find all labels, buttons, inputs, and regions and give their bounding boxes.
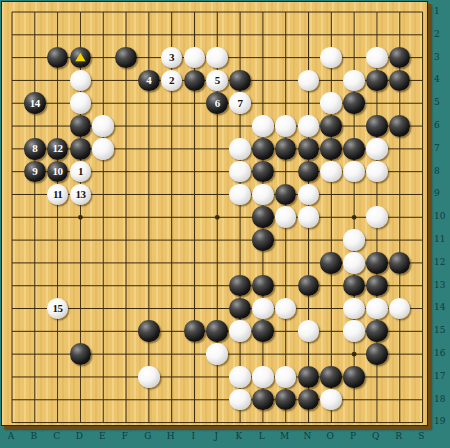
intersection-A16[interactable] xyxy=(1,343,24,366)
intersection-L11[interactable] xyxy=(251,229,274,252)
intersection-G7[interactable] xyxy=(137,137,160,160)
intersection-L16[interactable] xyxy=(251,343,274,366)
intersection-O1[interactable] xyxy=(320,1,343,24)
intersection-C18[interactable] xyxy=(46,388,69,411)
intersection-H9[interactable] xyxy=(160,183,183,206)
intersection-E7[interactable] xyxy=(92,137,115,160)
intersection-O17[interactable] xyxy=(320,365,343,388)
intersection-Q11[interactable] xyxy=(365,229,388,252)
intersection-P17[interactable] xyxy=(343,365,366,388)
intersection-C11[interactable] xyxy=(46,229,69,252)
intersection-R9[interactable] xyxy=(388,183,411,206)
intersection-A9[interactable] xyxy=(1,183,24,206)
intersection-O10[interactable] xyxy=(320,206,343,229)
intersection-R13[interactable] xyxy=(388,274,411,297)
intersection-N15[interactable] xyxy=(297,320,320,343)
intersection-O13[interactable] xyxy=(320,274,343,297)
intersection-I10[interactable] xyxy=(183,206,206,229)
intersection-B3[interactable] xyxy=(23,46,46,69)
intersection-N14[interactable] xyxy=(297,297,320,320)
intersection-B10[interactable] xyxy=(23,206,46,229)
intersection-P13[interactable] xyxy=(343,274,366,297)
intersection-J3[interactable] xyxy=(206,46,229,69)
intersection-D3[interactable] xyxy=(69,46,92,69)
intersection-L3[interactable] xyxy=(251,46,274,69)
intersection-P12[interactable] xyxy=(343,251,366,274)
intersection-L15[interactable] xyxy=(251,320,274,343)
intersection-R4[interactable] xyxy=(388,69,411,92)
intersection-Q18[interactable] xyxy=(365,388,388,411)
intersection-N4[interactable] xyxy=(297,69,320,92)
intersection-N18[interactable] xyxy=(297,388,320,411)
intersection-E18[interactable] xyxy=(92,388,115,411)
intersection-K13[interactable] xyxy=(229,274,252,297)
intersection-G8[interactable] xyxy=(137,160,160,183)
intersection-N12[interactable] xyxy=(297,251,320,274)
intersection-N9[interactable] xyxy=(297,183,320,206)
intersection-M8[interactable] xyxy=(274,160,297,183)
intersection-I9[interactable] xyxy=(183,183,206,206)
intersection-K11[interactable] xyxy=(229,229,252,252)
go-board[interactable]: 342514678129101111315 xyxy=(1,1,428,426)
intersection-O9[interactable] xyxy=(320,183,343,206)
intersection-A1[interactable] xyxy=(1,1,24,24)
intersection-A6[interactable] xyxy=(1,115,24,138)
intersection-J2[interactable] xyxy=(206,23,229,46)
intersection-B15[interactable] xyxy=(23,320,46,343)
intersection-M18[interactable] xyxy=(274,388,297,411)
intersection-P8[interactable] xyxy=(343,160,366,183)
intersection-J12[interactable] xyxy=(206,251,229,274)
intersection-B17[interactable] xyxy=(23,365,46,388)
intersection-M11[interactable] xyxy=(274,229,297,252)
intersection-C10[interactable] xyxy=(46,206,69,229)
intersection-L18[interactable] xyxy=(251,388,274,411)
intersection-A17[interactable] xyxy=(1,365,24,388)
intersection-R5[interactable] xyxy=(388,92,411,115)
intersection-F9[interactable] xyxy=(115,183,138,206)
intersection-D12[interactable] xyxy=(69,251,92,274)
intersection-I14[interactable] xyxy=(183,297,206,320)
intersection-N16[interactable] xyxy=(297,343,320,366)
intersection-P6[interactable] xyxy=(343,115,366,138)
intersection-L8[interactable] xyxy=(251,160,274,183)
intersection-F2[interactable] xyxy=(115,23,138,46)
intersection-N6[interactable] xyxy=(297,115,320,138)
intersection-C13[interactable] xyxy=(46,274,69,297)
intersection-A14[interactable] xyxy=(1,297,24,320)
intersection-G10[interactable] xyxy=(137,206,160,229)
intersection-R1[interactable] xyxy=(388,1,411,24)
intersection-N5[interactable] xyxy=(297,92,320,115)
intersection-M9[interactable] xyxy=(274,183,297,206)
intersection-C6[interactable] xyxy=(46,115,69,138)
intersection-J4[interactable]: 5 xyxy=(206,69,229,92)
intersection-C14[interactable]: 15 xyxy=(46,297,69,320)
intersection-I18[interactable] xyxy=(183,388,206,411)
intersection-B16[interactable] xyxy=(23,343,46,366)
intersection-M10[interactable] xyxy=(274,206,297,229)
intersection-C17[interactable] xyxy=(46,365,69,388)
intersection-E4[interactable] xyxy=(92,69,115,92)
intersection-K6[interactable] xyxy=(229,115,252,138)
intersection-B2[interactable] xyxy=(23,23,46,46)
intersection-E11[interactable] xyxy=(92,229,115,252)
intersection-A13[interactable] xyxy=(1,274,24,297)
intersection-N2[interactable] xyxy=(297,23,320,46)
intersection-L5[interactable] xyxy=(251,92,274,115)
intersection-H6[interactable] xyxy=(160,115,183,138)
intersection-H15[interactable] xyxy=(160,320,183,343)
intersection-R2[interactable] xyxy=(388,23,411,46)
intersection-M7[interactable] xyxy=(274,137,297,160)
intersection-H2[interactable] xyxy=(160,23,183,46)
intersection-P2[interactable] xyxy=(343,23,366,46)
intersection-C1[interactable] xyxy=(46,1,69,24)
intersection-R12[interactable] xyxy=(388,251,411,274)
intersection-R10[interactable] xyxy=(388,206,411,229)
intersection-O3[interactable] xyxy=(320,46,343,69)
intersection-L10[interactable] xyxy=(251,206,274,229)
intersection-D8[interactable]: 1 xyxy=(69,160,92,183)
intersection-Q15[interactable] xyxy=(365,320,388,343)
intersection-F3[interactable] xyxy=(115,46,138,69)
intersection-N17[interactable] xyxy=(297,365,320,388)
intersection-Q14[interactable] xyxy=(365,297,388,320)
intersection-M12[interactable] xyxy=(274,251,297,274)
intersection-Q5[interactable] xyxy=(365,92,388,115)
intersection-K8[interactable] xyxy=(229,160,252,183)
intersection-P1[interactable] xyxy=(343,1,366,24)
intersection-K18[interactable] xyxy=(229,388,252,411)
intersection-Q9[interactable] xyxy=(365,183,388,206)
intersection-R16[interactable] xyxy=(388,343,411,366)
intersection-E17[interactable] xyxy=(92,365,115,388)
intersection-F16[interactable] xyxy=(115,343,138,366)
intersection-O8[interactable] xyxy=(320,160,343,183)
intersection-I11[interactable] xyxy=(183,229,206,252)
intersection-I16[interactable] xyxy=(183,343,206,366)
intersection-A15[interactable] xyxy=(1,320,24,343)
intersection-B4[interactable] xyxy=(23,69,46,92)
intersection-M1[interactable] xyxy=(274,1,297,24)
intersection-B9[interactable] xyxy=(23,183,46,206)
intersection-B18[interactable] xyxy=(23,388,46,411)
intersection-L14[interactable] xyxy=(251,297,274,320)
intersection-E1[interactable] xyxy=(92,1,115,24)
intersection-I7[interactable] xyxy=(183,137,206,160)
intersection-D10[interactable] xyxy=(69,206,92,229)
intersection-N1[interactable] xyxy=(297,1,320,24)
intersection-H5[interactable] xyxy=(160,92,183,115)
intersection-L9[interactable] xyxy=(251,183,274,206)
intersection-J1[interactable] xyxy=(206,1,229,24)
intersection-O5[interactable] xyxy=(320,92,343,115)
intersection-H12[interactable] xyxy=(160,251,183,274)
intersection-E8[interactable] xyxy=(92,160,115,183)
intersection-H1[interactable] xyxy=(160,1,183,24)
intersection-K3[interactable] xyxy=(229,46,252,69)
intersection-R7[interactable] xyxy=(388,137,411,160)
intersection-A10[interactable] xyxy=(1,206,24,229)
intersection-E6[interactable] xyxy=(92,115,115,138)
intersection-Q4[interactable] xyxy=(365,69,388,92)
intersection-D17[interactable] xyxy=(69,365,92,388)
intersection-B13[interactable] xyxy=(23,274,46,297)
intersection-D4[interactable] xyxy=(69,69,92,92)
intersection-H16[interactable] xyxy=(160,343,183,366)
intersection-D18[interactable] xyxy=(69,388,92,411)
intersection-J6[interactable] xyxy=(206,115,229,138)
intersection-R15[interactable] xyxy=(388,320,411,343)
intersection-N7[interactable] xyxy=(297,137,320,160)
intersection-R8[interactable] xyxy=(388,160,411,183)
intersection-F5[interactable] xyxy=(115,92,138,115)
intersection-M5[interactable] xyxy=(274,92,297,115)
intersection-J17[interactable] xyxy=(206,365,229,388)
intersection-K16[interactable] xyxy=(229,343,252,366)
intersection-E3[interactable] xyxy=(92,46,115,69)
intersection-H4[interactable]: 2 xyxy=(160,69,183,92)
intersection-I13[interactable] xyxy=(183,274,206,297)
intersection-F17[interactable] xyxy=(115,365,138,388)
intersection-J11[interactable] xyxy=(206,229,229,252)
intersection-O18[interactable] xyxy=(320,388,343,411)
intersection-A5[interactable] xyxy=(1,92,24,115)
intersection-M17[interactable] xyxy=(274,365,297,388)
intersection-I4[interactable] xyxy=(183,69,206,92)
intersection-E13[interactable] xyxy=(92,274,115,297)
intersection-A3[interactable] xyxy=(1,46,24,69)
intersection-D14[interactable] xyxy=(69,297,92,320)
intersection-D11[interactable] xyxy=(69,229,92,252)
intersection-Q16[interactable] xyxy=(365,343,388,366)
intersection-I1[interactable] xyxy=(183,1,206,24)
intersection-B14[interactable] xyxy=(23,297,46,320)
intersection-G1[interactable] xyxy=(137,1,160,24)
intersection-L2[interactable] xyxy=(251,23,274,46)
intersection-E15[interactable] xyxy=(92,320,115,343)
intersection-B11[interactable] xyxy=(23,229,46,252)
intersection-P14[interactable] xyxy=(343,297,366,320)
intersection-Q8[interactable] xyxy=(365,160,388,183)
intersection-D7[interactable] xyxy=(69,137,92,160)
intersection-D9[interactable]: 13 xyxy=(69,183,92,206)
intersection-K12[interactable] xyxy=(229,251,252,274)
intersection-I3[interactable] xyxy=(183,46,206,69)
intersection-B8[interactable]: 9 xyxy=(23,160,46,183)
intersection-J8[interactable] xyxy=(206,160,229,183)
intersection-A11[interactable] xyxy=(1,229,24,252)
intersection-N11[interactable] xyxy=(297,229,320,252)
intersection-G2[interactable] xyxy=(137,23,160,46)
intersection-R18[interactable] xyxy=(388,388,411,411)
intersection-Q3[interactable] xyxy=(365,46,388,69)
intersection-C12[interactable] xyxy=(46,251,69,274)
intersection-H18[interactable] xyxy=(160,388,183,411)
intersection-F10[interactable] xyxy=(115,206,138,229)
intersection-M16[interactable] xyxy=(274,343,297,366)
intersection-J13[interactable] xyxy=(206,274,229,297)
intersection-D16[interactable] xyxy=(69,343,92,366)
intersection-I8[interactable] xyxy=(183,160,206,183)
intersection-H17[interactable] xyxy=(160,365,183,388)
intersection-P15[interactable] xyxy=(343,320,366,343)
intersection-Q17[interactable] xyxy=(365,365,388,388)
intersection-F6[interactable] xyxy=(115,115,138,138)
intersection-N13[interactable] xyxy=(297,274,320,297)
intersection-F1[interactable] xyxy=(115,1,138,24)
intersection-M6[interactable] xyxy=(274,115,297,138)
intersection-F14[interactable] xyxy=(115,297,138,320)
intersection-D2[interactable] xyxy=(69,23,92,46)
intersection-G9[interactable] xyxy=(137,183,160,206)
intersection-G14[interactable] xyxy=(137,297,160,320)
intersection-N10[interactable] xyxy=(297,206,320,229)
intersection-K10[interactable] xyxy=(229,206,252,229)
intersection-J16[interactable] xyxy=(206,343,229,366)
intersection-L7[interactable] xyxy=(251,137,274,160)
intersection-P16[interactable] xyxy=(343,343,366,366)
intersection-E5[interactable] xyxy=(92,92,115,115)
intersection-K7[interactable] xyxy=(229,137,252,160)
intersection-K2[interactable] xyxy=(229,23,252,46)
intersection-J18[interactable] xyxy=(206,388,229,411)
intersection-M3[interactable] xyxy=(274,46,297,69)
intersection-P10[interactable] xyxy=(343,206,366,229)
intersection-C16[interactable] xyxy=(46,343,69,366)
intersection-F8[interactable] xyxy=(115,160,138,183)
intersection-Q10[interactable] xyxy=(365,206,388,229)
intersection-A7[interactable] xyxy=(1,137,24,160)
intersection-P4[interactable] xyxy=(343,69,366,92)
intersection-K1[interactable] xyxy=(229,1,252,24)
intersection-E9[interactable] xyxy=(92,183,115,206)
intersection-I15[interactable] xyxy=(183,320,206,343)
intersection-O16[interactable] xyxy=(320,343,343,366)
intersection-O14[interactable] xyxy=(320,297,343,320)
intersection-D5[interactable] xyxy=(69,92,92,115)
intersection-O12[interactable] xyxy=(320,251,343,274)
intersection-Q7[interactable] xyxy=(365,137,388,160)
intersection-J7[interactable] xyxy=(206,137,229,160)
intersection-M14[interactable] xyxy=(274,297,297,320)
intersection-H13[interactable] xyxy=(160,274,183,297)
intersection-H3[interactable]: 3 xyxy=(160,46,183,69)
intersection-I17[interactable] xyxy=(183,365,206,388)
intersection-F15[interactable] xyxy=(115,320,138,343)
intersection-C5[interactable] xyxy=(46,92,69,115)
intersection-A4[interactable] xyxy=(1,69,24,92)
intersection-C8[interactable]: 10 xyxy=(46,160,69,183)
intersection-F4[interactable] xyxy=(115,69,138,92)
intersection-Q13[interactable] xyxy=(365,274,388,297)
intersection-D1[interactable] xyxy=(69,1,92,24)
intersection-B6[interactable] xyxy=(23,115,46,138)
intersection-C9[interactable]: 11 xyxy=(46,183,69,206)
intersection-G13[interactable] xyxy=(137,274,160,297)
intersection-K15[interactable] xyxy=(229,320,252,343)
intersection-P18[interactable] xyxy=(343,388,366,411)
intersection-G11[interactable] xyxy=(137,229,160,252)
intersection-G16[interactable] xyxy=(137,343,160,366)
intersection-D13[interactable] xyxy=(69,274,92,297)
intersection-H11[interactable] xyxy=(160,229,183,252)
intersection-L1[interactable] xyxy=(251,1,274,24)
intersection-A18[interactable] xyxy=(1,388,24,411)
intersection-F18[interactable] xyxy=(115,388,138,411)
intersection-O11[interactable] xyxy=(320,229,343,252)
intersection-J5[interactable]: 6 xyxy=(206,92,229,115)
intersection-Q2[interactable] xyxy=(365,23,388,46)
intersection-O6[interactable] xyxy=(320,115,343,138)
intersection-C2[interactable] xyxy=(46,23,69,46)
intersection-B12[interactable] xyxy=(23,251,46,274)
intersection-Q12[interactable] xyxy=(365,251,388,274)
intersection-G15[interactable] xyxy=(137,320,160,343)
intersection-K9[interactable] xyxy=(229,183,252,206)
intersection-H8[interactable] xyxy=(160,160,183,183)
intersection-G3[interactable] xyxy=(137,46,160,69)
intersection-A12[interactable] xyxy=(1,251,24,274)
intersection-R11[interactable] xyxy=(388,229,411,252)
intersection-E14[interactable] xyxy=(92,297,115,320)
intersection-M13[interactable] xyxy=(274,274,297,297)
intersection-I12[interactable] xyxy=(183,251,206,274)
intersection-B5[interactable]: 14 xyxy=(23,92,46,115)
intersection-A8[interactable] xyxy=(1,160,24,183)
intersection-G6[interactable] xyxy=(137,115,160,138)
intersection-P5[interactable] xyxy=(343,92,366,115)
intersection-K4[interactable] xyxy=(229,69,252,92)
intersection-E12[interactable] xyxy=(92,251,115,274)
intersection-C4[interactable] xyxy=(46,69,69,92)
intersection-Q1[interactable] xyxy=(365,1,388,24)
intersection-O7[interactable] xyxy=(320,137,343,160)
intersection-H7[interactable] xyxy=(160,137,183,160)
intersection-F11[interactable] xyxy=(115,229,138,252)
intersection-L4[interactable] xyxy=(251,69,274,92)
intersection-H10[interactable] xyxy=(160,206,183,229)
intersection-N8[interactable] xyxy=(297,160,320,183)
intersection-G4[interactable]: 4 xyxy=(137,69,160,92)
intersection-L17[interactable] xyxy=(251,365,274,388)
intersection-K5[interactable]: 7 xyxy=(229,92,252,115)
intersection-G5[interactable] xyxy=(137,92,160,115)
intersection-O4[interactable] xyxy=(320,69,343,92)
intersection-P11[interactable] xyxy=(343,229,366,252)
intersection-R6[interactable] xyxy=(388,115,411,138)
intersection-J14[interactable] xyxy=(206,297,229,320)
intersection-F13[interactable] xyxy=(115,274,138,297)
intersection-J10[interactable] xyxy=(206,206,229,229)
intersection-J9[interactable] xyxy=(206,183,229,206)
intersection-H14[interactable] xyxy=(160,297,183,320)
intersection-F12[interactable] xyxy=(115,251,138,274)
intersection-L12[interactable] xyxy=(251,251,274,274)
intersection-O2[interactable] xyxy=(320,23,343,46)
intersection-D6[interactable] xyxy=(69,115,92,138)
intersection-B7[interactable]: 8 xyxy=(23,137,46,160)
intersection-A2[interactable] xyxy=(1,23,24,46)
intersection-K17[interactable] xyxy=(229,365,252,388)
intersection-I5[interactable] xyxy=(183,92,206,115)
intersection-R14[interactable] xyxy=(388,297,411,320)
intersection-I2[interactable] xyxy=(183,23,206,46)
intersection-C3[interactable] xyxy=(46,46,69,69)
intersection-L13[interactable] xyxy=(251,274,274,297)
intersection-J15[interactable] xyxy=(206,320,229,343)
